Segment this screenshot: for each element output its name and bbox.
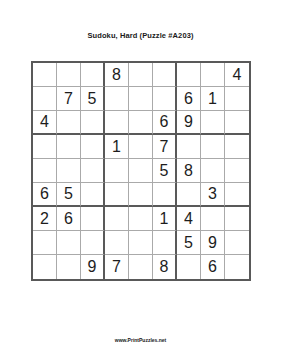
cell-r1c7 [177,63,201,87]
cell-r2c2: 7 [57,87,81,111]
cell-r9c7 [177,255,201,279]
cell-r9c6: 8 [153,255,177,279]
cell-r7c3 [81,207,105,231]
cell-r9c1 [33,255,57,279]
sudoku-board: 84756146917586532614599786 [31,61,251,281]
cell-r1c3 [81,63,105,87]
cell-r2c8: 1 [201,87,225,111]
cell-r7c2: 6 [57,207,81,231]
cell-r5c1 [33,159,57,183]
cell-r6c9 [225,183,249,207]
cell-r1c2 [57,63,81,87]
cell-r2c6 [153,87,177,111]
cell-r6c1: 6 [33,183,57,207]
cell-r8c3 [81,231,105,255]
cell-r3c8 [201,111,225,135]
cell-r9c3: 9 [81,255,105,279]
cell-r4c9 [225,135,249,159]
cell-r7c6: 1 [153,207,177,231]
cell-r8c5 [129,231,153,255]
cell-r3c9 [225,111,249,135]
cell-r6c2: 5 [57,183,81,207]
cell-r2c4 [105,87,129,111]
cell-r4c8 [201,135,225,159]
cell-r4c1 [33,135,57,159]
cell-r7c1: 2 [33,207,57,231]
cell-r3c7: 9 [177,111,201,135]
cell-r8c8: 9 [201,231,225,255]
cell-r4c4: 1 [105,135,129,159]
cell-r5c8 [201,159,225,183]
cell-r3c4 [105,111,129,135]
cell-r7c4 [105,207,129,231]
cell-r8c1 [33,231,57,255]
cell-r4c6: 7 [153,135,177,159]
cell-r3c5 [129,111,153,135]
cell-r7c9 [225,207,249,231]
cell-r2c7: 6 [177,87,201,111]
cell-r4c7 [177,135,201,159]
cell-r6c6 [153,183,177,207]
cell-r5c9 [225,159,249,183]
cell-r1c5 [129,63,153,87]
cell-r4c2 [57,135,81,159]
cell-r6c8: 3 [201,183,225,207]
cell-r8c2 [57,231,81,255]
cell-r9c4: 7 [105,255,129,279]
cell-r2c3: 5 [81,87,105,111]
cell-r9c2 [57,255,81,279]
cell-r1c4: 8 [105,63,129,87]
cell-r5c3 [81,159,105,183]
cell-r9c9 [225,255,249,279]
footer-url: www.PrintPuzzles.net [0,337,281,343]
cell-r9c5 [129,255,153,279]
cell-r8c9 [225,231,249,255]
cell-r5c6: 5 [153,159,177,183]
page-title: Sudoku, Hard (Puzzle #A203) [0,31,281,40]
cell-r5c2 [57,159,81,183]
cell-r1c8 [201,63,225,87]
cell-r6c7 [177,183,201,207]
cell-r8c7: 5 [177,231,201,255]
cell-r8c6 [153,231,177,255]
cell-r3c6: 6 [153,111,177,135]
cell-r6c5 [129,183,153,207]
cell-r6c4 [105,183,129,207]
cell-r5c7: 8 [177,159,201,183]
cell-r3c2 [57,111,81,135]
cell-r4c5 [129,135,153,159]
cell-r2c9 [225,87,249,111]
cell-r6c3 [81,183,105,207]
cell-r5c5 [129,159,153,183]
cell-r8c4 [105,231,129,255]
cell-r7c7: 4 [177,207,201,231]
cell-r9c8: 6 [201,255,225,279]
cell-r4c3 [81,135,105,159]
puzzle-page: Sudoku, Hard (Puzzle #A203) 847561469175… [0,0,281,363]
cell-r7c5 [129,207,153,231]
cell-r7c8 [201,207,225,231]
cell-r5c4 [105,159,129,183]
cell-r3c3 [81,111,105,135]
cell-r2c5 [129,87,153,111]
cell-r2c1 [33,87,57,111]
cell-r1c1 [33,63,57,87]
cell-r1c6 [153,63,177,87]
cell-r3c1: 4 [33,111,57,135]
cell-r1c9: 4 [225,63,249,87]
